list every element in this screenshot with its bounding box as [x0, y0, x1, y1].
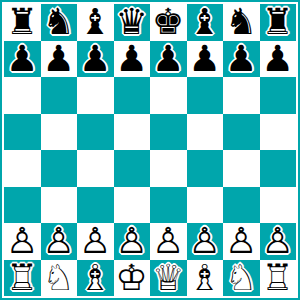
square-c1[interactable]: ♝♗: [77, 260, 114, 297]
white-pawn-icon: ♙: [79, 223, 111, 259]
white-queen-icon: ♕: [152, 260, 184, 296]
black-queen-icon: ♛: [116, 4, 148, 40]
white-pawn[interactable]: ♟♙: [114, 223, 151, 260]
black-pawn-icon: ♟: [262, 41, 294, 77]
black-pawn[interactable]: ♟♟: [114, 41, 151, 78]
square-c6[interactable]: [77, 77, 114, 114]
white-pawn[interactable]: ♟♙: [77, 223, 114, 260]
black-bishop[interactable]: ♝♝: [77, 4, 114, 41]
black-pawn[interactable]: ♟♟: [260, 41, 297, 78]
square-h5[interactable]: [260, 114, 297, 151]
white-knight[interactable]: ♞♘: [41, 260, 78, 297]
square-b7[interactable]: ♟♟: [41, 41, 78, 78]
square-c5[interactable]: [77, 114, 114, 151]
square-f2[interactable]: ♟♙: [187, 223, 224, 260]
square-g6[interactable]: [223, 77, 260, 114]
white-bishop[interactable]: ♝♗: [187, 260, 224, 297]
black-queen[interactable]: ♛♛: [114, 4, 151, 41]
white-rook-icon: ♖: [262, 260, 294, 296]
white-queen[interactable]: ♛♕: [150, 260, 187, 297]
white-bishop-icon: ♗: [79, 260, 111, 296]
square-f5[interactable]: [187, 114, 224, 151]
black-king[interactable]: ♚♚: [150, 4, 187, 41]
black-pawn[interactable]: ♟♟: [4, 41, 41, 78]
square-d8[interactable]: ♛♛: [114, 4, 151, 41]
square-a2[interactable]: ♟♙: [4, 223, 41, 260]
white-pawn[interactable]: ♟♙: [223, 223, 260, 260]
black-pawn-icon: ♟: [152, 41, 184, 77]
square-h6[interactable]: [260, 77, 297, 114]
white-pawn[interactable]: ♟♙: [4, 223, 41, 260]
white-pawn-icon: ♙: [152, 223, 184, 259]
square-g4[interactable]: [223, 150, 260, 187]
chess-board: ♜♜♞♞♝♝♛♛♚♚♝♝♞♞♜♜♟♟♟♟♟♟♟♟♟♟♟♟♟♟♟♟♟♙♟♙♟♙♟♙…: [4, 4, 296, 296]
white-rook[interactable]: ♜♖: [260, 260, 297, 297]
square-g3[interactable]: [223, 187, 260, 224]
black-bishop-icon: ♝: [189, 4, 221, 40]
black-pawn[interactable]: ♟♟: [223, 41, 260, 78]
square-d3[interactable]: [114, 187, 151, 224]
square-g2[interactable]: ♟♙: [223, 223, 260, 260]
square-a5[interactable]: [4, 114, 41, 151]
white-pawn[interactable]: ♟♙: [187, 223, 224, 260]
white-rook-icon: ♖: [6, 260, 38, 296]
white-pawn-icon: ♙: [43, 223, 75, 259]
square-f7[interactable]: ♟♟: [187, 41, 224, 78]
square-g7[interactable]: ♟♟: [223, 41, 260, 78]
white-knight-icon: ♘: [43, 260, 75, 296]
black-pawn[interactable]: ♟♟: [41, 41, 78, 78]
square-b4[interactable]: [41, 150, 78, 187]
black-pawn-icon: ♟: [189, 41, 221, 77]
white-pawn[interactable]: ♟♙: [260, 223, 297, 260]
white-pawn-icon: ♙: [225, 223, 257, 259]
square-d1[interactable]: ♚♔: [114, 260, 151, 297]
black-bishop-icon: ♝: [79, 4, 111, 40]
square-a3[interactable]: [4, 187, 41, 224]
square-e2[interactable]: ♟♙: [150, 223, 187, 260]
black-bishop[interactable]: ♝♝: [187, 4, 224, 41]
square-d5[interactable]: [114, 114, 151, 151]
square-e8[interactable]: ♚♚: [150, 4, 187, 41]
black-pawn-icon: ♟: [43, 41, 75, 77]
square-b8[interactable]: ♞♞: [41, 4, 78, 41]
square-b6[interactable]: [41, 77, 78, 114]
black-knight[interactable]: ♞♞: [41, 4, 78, 41]
square-f3[interactable]: [187, 187, 224, 224]
black-pawn[interactable]: ♟♟: [77, 41, 114, 78]
black-rook[interactable]: ♜♜: [4, 4, 41, 41]
square-f6[interactable]: [187, 77, 224, 114]
square-f8[interactable]: ♝♝: [187, 4, 224, 41]
square-g8[interactable]: ♞♞: [223, 4, 260, 41]
square-e5[interactable]: [150, 114, 187, 151]
white-king-icon: ♔: [116, 260, 148, 296]
square-h8[interactable]: ♜♜: [260, 4, 297, 41]
white-king[interactable]: ♚♔: [114, 260, 151, 297]
square-e3[interactable]: [150, 187, 187, 224]
white-bishop[interactable]: ♝♗: [77, 260, 114, 297]
square-e4[interactable]: [150, 150, 187, 187]
square-d7[interactable]: ♟♟: [114, 41, 151, 78]
square-d2[interactable]: ♟♙: [114, 223, 151, 260]
black-knight[interactable]: ♞♞: [223, 4, 260, 41]
black-rook-icon: ♜: [262, 4, 294, 40]
white-knight[interactable]: ♞♘: [223, 260, 260, 297]
square-h2[interactable]: ♟♙: [260, 223, 297, 260]
square-b3[interactable]: [41, 187, 78, 224]
black-knight-icon: ♞: [225, 4, 257, 40]
black-rook[interactable]: ♜♜: [260, 4, 297, 41]
black-pawn-icon: ♟: [225, 41, 257, 77]
square-c8[interactable]: ♝♝: [77, 4, 114, 41]
square-a8[interactable]: ♜♜: [4, 4, 41, 41]
black-pawn-icon: ♟: [6, 41, 38, 77]
black-rook-icon: ♜: [6, 4, 38, 40]
square-h4[interactable]: [260, 150, 297, 187]
square-c4[interactable]: [77, 150, 114, 187]
white-bishop-icon: ♗: [189, 260, 221, 296]
square-e7[interactable]: ♟♟: [150, 41, 187, 78]
white-knight-icon: ♘: [225, 260, 257, 296]
black-pawn[interactable]: ♟♟: [150, 41, 187, 78]
square-g1[interactable]: ♞♘: [223, 260, 260, 297]
square-c7[interactable]: ♟♟: [77, 41, 114, 78]
square-d4[interactable]: [114, 150, 151, 187]
black-knight-icon: ♞: [43, 4, 75, 40]
black-pawn-icon: ♟: [116, 41, 148, 77]
chess-board-frame: ♜♜♞♞♝♝♛♛♚♚♝♝♞♞♜♜♟♟♟♟♟♟♟♟♟♟♟♟♟♟♟♟♟♙♟♙♟♙♟♙…: [0, 0, 300, 300]
white-pawn-icon: ♙: [116, 223, 148, 259]
white-pawn-icon: ♙: [262, 223, 294, 259]
square-h7[interactable]: ♟♟: [260, 41, 297, 78]
square-a4[interactable]: [4, 150, 41, 187]
square-e1[interactable]: ♛♕: [150, 260, 187, 297]
square-e6[interactable]: [150, 77, 187, 114]
square-a1[interactable]: ♜♖: [4, 260, 41, 297]
square-b5[interactable]: [41, 114, 78, 151]
square-c2[interactable]: ♟♙: [77, 223, 114, 260]
square-a7[interactable]: ♟♟: [4, 41, 41, 78]
square-b1[interactable]: ♞♘: [41, 260, 78, 297]
white-pawn[interactable]: ♟♙: [41, 223, 78, 260]
square-c3[interactable]: [77, 187, 114, 224]
square-h1[interactable]: ♜♖: [260, 260, 297, 297]
white-rook[interactable]: ♜♖: [4, 260, 41, 297]
square-d6[interactable]: [114, 77, 151, 114]
square-f1[interactable]: ♝♗: [187, 260, 224, 297]
square-b2[interactable]: ♟♙: [41, 223, 78, 260]
white-pawn-icon: ♙: [6, 223, 38, 259]
white-pawn-icon: ♙: [189, 223, 221, 259]
black-pawn[interactable]: ♟♟: [187, 41, 224, 78]
black-king-icon: ♚: [152, 4, 184, 40]
white-pawn[interactable]: ♟♙: [150, 223, 187, 260]
square-g5[interactable]: [223, 114, 260, 151]
square-a6[interactable]: [4, 77, 41, 114]
square-h3[interactable]: [260, 187, 297, 224]
square-f4[interactable]: [187, 150, 224, 187]
black-pawn-icon: ♟: [79, 41, 111, 77]
